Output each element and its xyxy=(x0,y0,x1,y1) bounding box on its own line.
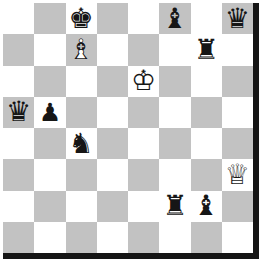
piece-glyph: ♟ xyxy=(39,98,61,127)
square-h1[interactable] xyxy=(222,222,253,253)
square-b1[interactable] xyxy=(34,222,65,253)
square-b7[interactable] xyxy=(34,34,65,65)
square-g4[interactable] xyxy=(191,128,222,159)
piece-black-queen: ♛ xyxy=(6,98,31,126)
square-f4[interactable] xyxy=(159,128,190,159)
square-c5[interactable] xyxy=(66,97,97,128)
piece-glyph: ♞ xyxy=(69,127,94,160)
piece-glyph: ♝ xyxy=(194,189,219,222)
square-g6[interactable] xyxy=(191,66,222,97)
square-f8[interactable]: ♝ xyxy=(159,3,190,34)
square-d1[interactable] xyxy=(97,222,128,253)
square-h3[interactable]: ♛♕ xyxy=(222,159,253,190)
square-d4[interactable] xyxy=(97,128,128,159)
square-e5[interactable] xyxy=(128,97,159,128)
square-f2[interactable]: ♜ xyxy=(159,191,190,222)
square-e1[interactable] xyxy=(128,222,159,253)
square-b8[interactable] xyxy=(34,3,65,34)
square-a6[interactable] xyxy=(3,66,34,97)
square-b3[interactable] xyxy=(34,159,65,190)
square-g2[interactable]: ♝ xyxy=(191,191,222,222)
square-b6[interactable] xyxy=(34,66,65,97)
square-d7[interactable] xyxy=(97,34,128,65)
piece-white-bishop: ♝♗ xyxy=(69,36,94,64)
piece-black-queen: ♛ xyxy=(225,5,250,33)
piece-black-rook: ♜ xyxy=(194,36,219,64)
piece-glyph: ♛ xyxy=(6,95,31,128)
piece-glyph: ♝ xyxy=(162,2,187,35)
piece-black-king: ♚ xyxy=(69,5,94,33)
board-edge-bottom xyxy=(3,253,259,259)
square-a4[interactable] xyxy=(3,128,34,159)
square-g7[interactable]: ♜ xyxy=(191,34,222,65)
piece-white-king: ♚♔ xyxy=(131,67,156,95)
board-grid: ♚♝♛♝♗♜♚♔♛♟♞♛♕♜♝ xyxy=(3,3,253,253)
square-b5[interactable]: ♟ xyxy=(34,97,65,128)
board-edge-right xyxy=(253,3,259,259)
piece-glyph: ♜ xyxy=(194,33,219,66)
square-e6[interactable]: ♚♔ xyxy=(128,66,159,97)
chess-diagram: ♚♝♛♝♗♜♚♔♛♟♞♛♕♜♝ xyxy=(0,0,260,260)
square-c7[interactable]: ♝♗ xyxy=(66,34,97,65)
square-c6[interactable] xyxy=(66,66,97,97)
square-f6[interactable] xyxy=(159,66,190,97)
square-e7[interactable] xyxy=(128,34,159,65)
piece-black-knight: ♞ xyxy=(69,130,94,158)
square-a8[interactable] xyxy=(3,3,34,34)
piece-black-pawn: ♟ xyxy=(39,100,61,125)
piece-glyph: ♜ xyxy=(162,189,187,222)
square-d3[interactable] xyxy=(97,159,128,190)
square-g1[interactable] xyxy=(191,222,222,253)
square-f3[interactable] xyxy=(159,159,190,190)
square-f7[interactable] xyxy=(159,34,190,65)
square-d8[interactable] xyxy=(97,3,128,34)
square-e2[interactable] xyxy=(128,191,159,222)
square-a7[interactable] xyxy=(3,34,34,65)
square-e4[interactable] xyxy=(128,128,159,159)
square-h2[interactable] xyxy=(222,191,253,222)
square-e8[interactable] xyxy=(128,3,159,34)
square-a1[interactable] xyxy=(3,222,34,253)
square-d2[interactable] xyxy=(97,191,128,222)
square-a5[interactable]: ♛ xyxy=(3,97,34,128)
square-f1[interactable] xyxy=(159,222,190,253)
square-h5[interactable] xyxy=(222,97,253,128)
piece-glyph: ♚ xyxy=(69,2,94,35)
square-h8[interactable]: ♛ xyxy=(222,3,253,34)
square-c4[interactable]: ♞ xyxy=(66,128,97,159)
square-b2[interactable] xyxy=(34,191,65,222)
square-g5[interactable] xyxy=(191,97,222,128)
square-a3[interactable] xyxy=(3,159,34,190)
piece-black-bishop: ♝ xyxy=(194,192,219,220)
piece-glyph: ♔ xyxy=(131,64,156,97)
square-h4[interactable] xyxy=(222,128,253,159)
piece-black-bishop: ♝ xyxy=(162,5,187,33)
square-g8[interactable] xyxy=(191,3,222,34)
piece-black-rook: ♜ xyxy=(162,192,187,220)
square-c3[interactable] xyxy=(66,159,97,190)
piece-glyph: ♗ xyxy=(69,33,94,66)
square-g3[interactable] xyxy=(191,159,222,190)
square-d5[interactable] xyxy=(97,97,128,128)
square-e3[interactable] xyxy=(128,159,159,190)
square-d6[interactable] xyxy=(97,66,128,97)
piece-glyph: ♕ xyxy=(225,158,250,191)
square-c2[interactable] xyxy=(66,191,97,222)
square-f5[interactable] xyxy=(159,97,190,128)
square-c8[interactable]: ♚ xyxy=(66,3,97,34)
piece-glyph: ♛ xyxy=(225,2,250,35)
square-c1[interactable] xyxy=(66,222,97,253)
piece-white-queen: ♛♕ xyxy=(225,161,250,189)
square-h6[interactable] xyxy=(222,66,253,97)
square-h7[interactable] xyxy=(222,34,253,65)
square-b4[interactable] xyxy=(34,128,65,159)
square-a2[interactable] xyxy=(3,191,34,222)
